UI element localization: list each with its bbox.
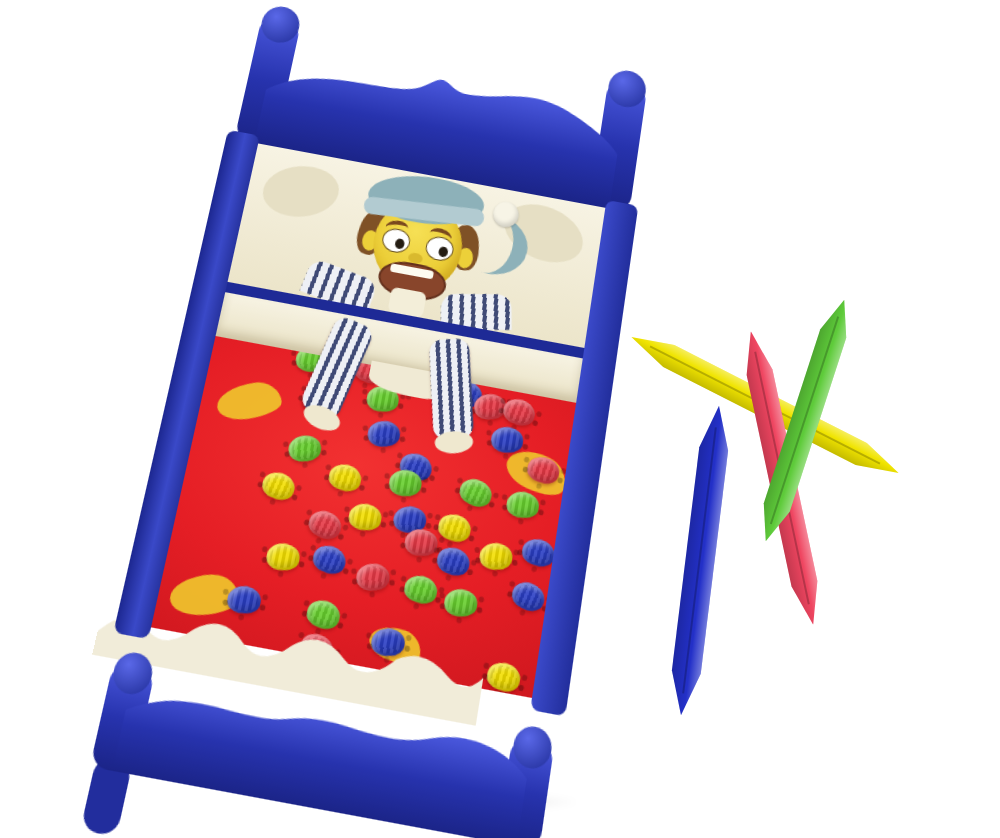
tweezer-pile [0, 0, 1000, 838]
blue-tweezers[interactable] [665, 403, 736, 717]
product-photo-scene [0, 0, 1000, 838]
